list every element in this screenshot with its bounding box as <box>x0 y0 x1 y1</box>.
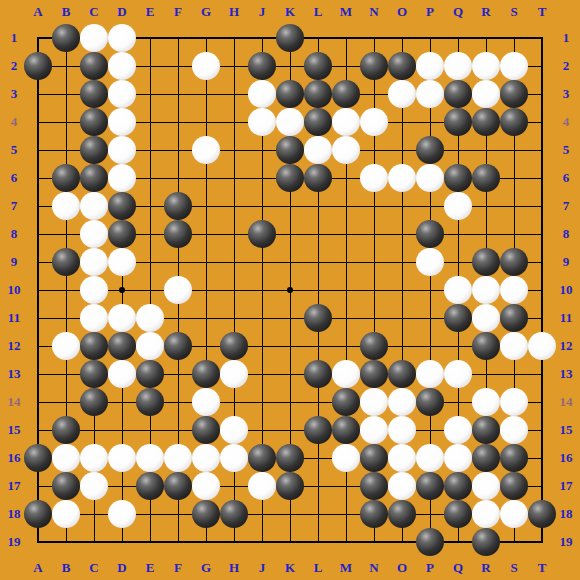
row-label-right-16: 16 <box>560 450 573 466</box>
stone-black-F17 <box>164 472 192 500</box>
stone-white-O6 <box>388 164 416 192</box>
stone-black-S9 <box>500 248 528 276</box>
col-label-bottom-O: O <box>397 560 407 576</box>
row-label-left-17: 17 <box>8 478 21 494</box>
stone-white-C8 <box>80 220 108 248</box>
stone-white-L5 <box>304 136 332 164</box>
col-label-top-F: F <box>174 4 182 20</box>
col-label-bottom-K: K <box>285 560 295 576</box>
col-label-bottom-F: F <box>174 560 182 576</box>
stone-white-O15 <box>388 416 416 444</box>
stone-black-D8 <box>108 220 136 248</box>
stone-black-R4 <box>472 108 500 136</box>
row-label-right-8: 8 <box>563 226 570 242</box>
stone-white-P2 <box>416 52 444 80</box>
stone-black-C3 <box>80 80 108 108</box>
stone-white-M13 <box>332 360 360 388</box>
stone-black-Q4 <box>444 108 472 136</box>
row-label-right-14: 14 <box>560 394 573 410</box>
row-label-left-15: 15 <box>8 422 21 438</box>
stone-white-E12 <box>136 332 164 360</box>
stone-black-Q18 <box>444 500 472 528</box>
stone-black-A2 <box>24 52 52 80</box>
col-label-top-R: R <box>481 4 490 20</box>
stone-black-C2 <box>80 52 108 80</box>
stone-white-M4 <box>332 108 360 136</box>
stone-black-N2 <box>360 52 388 80</box>
stone-black-N16 <box>360 444 388 472</box>
stone-white-G17 <box>192 472 220 500</box>
stone-white-O14 <box>388 388 416 416</box>
row-label-right-12: 12 <box>560 338 573 354</box>
stone-black-P17 <box>416 472 444 500</box>
col-label-top-E: E <box>146 4 155 20</box>
stone-white-R11 <box>472 304 500 332</box>
row-label-left-10: 10 <box>8 282 21 298</box>
stone-white-D4 <box>108 108 136 136</box>
col-label-bottom-Q: Q <box>453 560 463 576</box>
stone-black-L3 <box>304 80 332 108</box>
stone-white-C10 <box>80 276 108 304</box>
row-label-left-14: 14 <box>8 394 21 410</box>
row-label-left-11: 11 <box>8 310 20 326</box>
row-label-left-7: 7 <box>11 198 18 214</box>
stone-white-M5 <box>332 136 360 164</box>
stone-white-B16 <box>52 444 80 472</box>
row-label-right-17: 17 <box>560 478 573 494</box>
col-label-top-H: H <box>229 4 239 20</box>
stone-black-R15 <box>472 416 500 444</box>
stone-black-B17 <box>52 472 80 500</box>
stone-white-Q13 <box>444 360 472 388</box>
stone-black-O18 <box>388 500 416 528</box>
stone-white-S12 <box>500 332 528 360</box>
stone-black-S17 <box>500 472 528 500</box>
row-label-right-19: 19 <box>560 534 573 550</box>
stone-white-R18 <box>472 500 500 528</box>
stone-white-G14 <box>192 388 220 416</box>
row-label-right-7: 7 <box>563 198 570 214</box>
stone-black-C12 <box>80 332 108 360</box>
stone-white-B7 <box>52 192 80 220</box>
stone-white-D3 <box>108 80 136 108</box>
stone-white-S14 <box>500 388 528 416</box>
stone-black-C5 <box>80 136 108 164</box>
stone-white-M16 <box>332 444 360 472</box>
stone-black-O2 <box>388 52 416 80</box>
stone-black-S11 <box>500 304 528 332</box>
stone-black-H18 <box>220 500 248 528</box>
row-label-right-9: 9 <box>563 254 570 270</box>
stone-white-C7 <box>80 192 108 220</box>
col-label-top-C: C <box>89 4 98 20</box>
stone-white-D2 <box>108 52 136 80</box>
stone-black-B9 <box>52 248 80 276</box>
stone-white-D5 <box>108 136 136 164</box>
row-label-left-6: 6 <box>11 170 18 186</box>
stone-white-T12 <box>528 332 556 360</box>
row-label-left-18: 18 <box>8 506 21 522</box>
stone-black-C4 <box>80 108 108 136</box>
stone-black-Q3 <box>444 80 472 108</box>
stone-black-L15 <box>304 416 332 444</box>
stone-black-F12 <box>164 332 192 360</box>
col-label-top-A: A <box>33 4 42 20</box>
row-label-left-2: 2 <box>11 58 18 74</box>
stone-black-N17 <box>360 472 388 500</box>
stone-black-M15 <box>332 416 360 444</box>
col-label-bottom-L: L <box>314 560 323 576</box>
stone-white-D16 <box>108 444 136 472</box>
stone-white-B12 <box>52 332 80 360</box>
stone-white-R10 <box>472 276 500 304</box>
stone-white-P6 <box>416 164 444 192</box>
stone-white-C17 <box>80 472 108 500</box>
row-label-right-3: 3 <box>563 86 570 102</box>
row-label-right-13: 13 <box>560 366 573 382</box>
col-label-top-L: L <box>314 4 323 20</box>
stone-white-N6 <box>360 164 388 192</box>
stone-white-C1 <box>80 24 108 52</box>
stone-white-K4 <box>276 108 304 136</box>
stone-white-D13 <box>108 360 136 388</box>
stone-white-S10 <box>500 276 528 304</box>
col-label-bottom-G: G <box>201 560 211 576</box>
col-label-bottom-N: N <box>369 560 378 576</box>
col-label-bottom-R: R <box>481 560 490 576</box>
stone-black-O13 <box>388 360 416 388</box>
stone-black-L6 <box>304 164 332 192</box>
col-label-top-N: N <box>369 4 378 20</box>
stone-white-O17 <box>388 472 416 500</box>
row-label-right-2: 2 <box>563 58 570 74</box>
stone-white-N4 <box>360 108 388 136</box>
stone-black-B15 <box>52 416 80 444</box>
stone-black-G18 <box>192 500 220 528</box>
col-label-bottom-S: S <box>510 560 517 576</box>
stone-black-D7 <box>108 192 136 220</box>
stone-black-T18 <box>528 500 556 528</box>
stone-white-D11 <box>108 304 136 332</box>
stone-black-L13 <box>304 360 332 388</box>
stone-black-N12 <box>360 332 388 360</box>
row-label-left-4: 4 <box>11 114 18 130</box>
row-label-left-8: 8 <box>11 226 18 242</box>
row-label-right-4: 4 <box>563 114 570 130</box>
stone-black-C6 <box>80 164 108 192</box>
stone-white-J4 <box>248 108 276 136</box>
row-label-right-11: 11 <box>560 310 572 326</box>
col-label-top-Q: Q <box>453 4 463 20</box>
stone-black-K3 <box>276 80 304 108</box>
stone-white-J17 <box>248 472 276 500</box>
stone-white-H15 <box>220 416 248 444</box>
col-label-bottom-E: E <box>146 560 155 576</box>
col-label-top-P: P <box>426 4 434 20</box>
stone-black-E14 <box>136 388 164 416</box>
stone-white-O16 <box>388 444 416 472</box>
stone-white-Q16 <box>444 444 472 472</box>
stone-black-L11 <box>304 304 332 332</box>
stone-black-S4 <box>500 108 528 136</box>
stone-black-P19 <box>416 528 444 556</box>
stone-white-D18 <box>108 500 136 528</box>
stone-black-K16 <box>276 444 304 472</box>
stone-white-F10 <box>164 276 192 304</box>
stone-black-A18 <box>24 500 52 528</box>
stone-white-G16 <box>192 444 220 472</box>
stone-black-J16 <box>248 444 276 472</box>
stone-black-F8 <box>164 220 192 248</box>
row-label-left-16: 16 <box>8 450 21 466</box>
stone-white-Q10 <box>444 276 472 304</box>
stone-black-S3 <box>500 80 528 108</box>
stone-white-E16 <box>136 444 164 472</box>
col-label-bottom-A: A <box>33 560 42 576</box>
grid-line-horizontal <box>37 541 543 543</box>
col-label-top-G: G <box>201 4 211 20</box>
row-label-left-5: 5 <box>11 142 18 158</box>
stone-white-R3 <box>472 80 500 108</box>
col-label-top-O: O <box>397 4 407 20</box>
stone-black-B6 <box>52 164 80 192</box>
stone-white-C11 <box>80 304 108 332</box>
stone-black-G13 <box>192 360 220 388</box>
stone-white-P16 <box>416 444 444 472</box>
row-label-left-9: 9 <box>11 254 18 270</box>
stone-white-P13 <box>416 360 444 388</box>
stone-black-H12 <box>220 332 248 360</box>
row-label-right-15: 15 <box>560 422 573 438</box>
stone-black-N13 <box>360 360 388 388</box>
go-board-screenshot: AABBCCDDEEFFGGHHJJKKLLMMNNOOPPQQRRSSTT11… <box>0 0 580 580</box>
stone-black-J8 <box>248 220 276 248</box>
col-label-bottom-C: C <box>89 560 98 576</box>
stone-white-P3 <box>416 80 444 108</box>
stone-white-O3 <box>388 80 416 108</box>
col-label-top-T: T <box>538 4 547 20</box>
stone-black-C13 <box>80 360 108 388</box>
stone-white-D9 <box>108 248 136 276</box>
stone-black-A16 <box>24 444 52 472</box>
row-label-left-12: 12 <box>8 338 21 354</box>
stone-black-R16 <box>472 444 500 472</box>
stone-white-Q7 <box>444 192 472 220</box>
stone-black-P14 <box>416 388 444 416</box>
row-label-right-6: 6 <box>563 170 570 186</box>
stone-white-R14 <box>472 388 500 416</box>
stone-black-R9 <box>472 248 500 276</box>
star-point-D10 <box>119 287 125 293</box>
stone-black-J2 <box>248 52 276 80</box>
stone-white-E11 <box>136 304 164 332</box>
col-label-bottom-H: H <box>229 560 239 576</box>
col-label-bottom-J: J <box>259 560 266 576</box>
stone-black-B1 <box>52 24 80 52</box>
stone-black-P5 <box>416 136 444 164</box>
stone-white-D1 <box>108 24 136 52</box>
stone-black-K1 <box>276 24 304 52</box>
stone-black-R19 <box>472 528 500 556</box>
stone-black-L4 <box>304 108 332 136</box>
stone-white-R17 <box>472 472 500 500</box>
stone-white-H16 <box>220 444 248 472</box>
row-label-left-3: 3 <box>11 86 18 102</box>
stone-white-P9 <box>416 248 444 276</box>
stone-white-C16 <box>80 444 108 472</box>
col-label-bottom-M: M <box>340 560 352 576</box>
col-label-top-J: J <box>259 4 266 20</box>
stone-black-F7 <box>164 192 192 220</box>
stone-white-D6 <box>108 164 136 192</box>
stone-white-S2 <box>500 52 528 80</box>
col-label-top-S: S <box>510 4 517 20</box>
col-label-top-D: D <box>117 4 126 20</box>
stone-black-R6 <box>472 164 500 192</box>
stone-black-G15 <box>192 416 220 444</box>
col-label-bottom-P: P <box>426 560 434 576</box>
stone-black-N18 <box>360 500 388 528</box>
stone-black-M3 <box>332 80 360 108</box>
row-label-right-5: 5 <box>563 142 570 158</box>
stone-white-C9 <box>80 248 108 276</box>
stone-black-C14 <box>80 388 108 416</box>
stone-black-K5 <box>276 136 304 164</box>
stone-black-D12 <box>108 332 136 360</box>
stone-white-B18 <box>52 500 80 528</box>
col-label-top-M: M <box>340 4 352 20</box>
stone-black-P8 <box>416 220 444 248</box>
row-label-right-1: 1 <box>563 30 570 46</box>
stone-white-Q2 <box>444 52 472 80</box>
stone-white-S18 <box>500 500 528 528</box>
row-label-left-13: 13 <box>8 366 21 382</box>
stone-black-Q17 <box>444 472 472 500</box>
stone-white-Q15 <box>444 416 472 444</box>
stone-white-J3 <box>248 80 276 108</box>
star-point-K10 <box>287 287 293 293</box>
row-label-left-19: 19 <box>8 534 21 550</box>
stone-white-G5 <box>192 136 220 164</box>
stone-black-M14 <box>332 388 360 416</box>
col-label-bottom-D: D <box>117 560 126 576</box>
row-label-right-10: 10 <box>560 282 573 298</box>
stone-black-L2 <box>304 52 332 80</box>
grid-line-vertical <box>541 37 543 543</box>
row-label-left-1: 1 <box>11 30 18 46</box>
col-label-bottom-B: B <box>62 560 71 576</box>
col-label-bottom-T: T <box>538 560 547 576</box>
stone-white-F16 <box>164 444 192 472</box>
stone-black-Q6 <box>444 164 472 192</box>
stone-white-G2 <box>192 52 220 80</box>
col-label-top-B: B <box>62 4 71 20</box>
stone-black-E13 <box>136 360 164 388</box>
stone-black-E17 <box>136 472 164 500</box>
row-label-right-18: 18 <box>560 506 573 522</box>
col-label-top-K: K <box>285 4 295 20</box>
grid-line-horizontal <box>37 402 543 403</box>
stone-black-R12 <box>472 332 500 360</box>
stone-white-N15 <box>360 416 388 444</box>
stone-black-K17 <box>276 472 304 500</box>
stone-black-S16 <box>500 444 528 472</box>
stone-white-H13 <box>220 360 248 388</box>
stone-white-N14 <box>360 388 388 416</box>
stone-white-S15 <box>500 416 528 444</box>
stone-black-Q11 <box>444 304 472 332</box>
stone-black-K6 <box>276 164 304 192</box>
stone-white-R2 <box>472 52 500 80</box>
